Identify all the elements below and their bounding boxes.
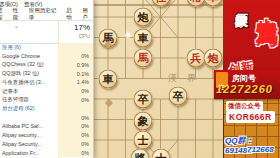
- opening-title-vertical: 中炮对屏风马: [254, 0, 280, 12]
- taskmgr-tabs: 进程性能应用历史记录启动用户: [0, 8, 93, 21]
- cpu-column-label: CPU: [78, 33, 90, 39]
- xiangqi-piece-black[interactable]: 車: [99, 69, 118, 88]
- sort-arrow-icon: ⌄: [14, 22, 19, 29]
- process-row[interactable]: 记事本0%: [0, 87, 93, 96]
- taskmgr-tab[interactable]: 性能: [13, 7, 24, 21]
- process-group-header[interactable]: 应用 (6): [0, 43, 93, 52]
- task-manager-window[interactable]: 选项(O)查看(V) 进程性能应用历史记录启动用户 ⌄ 17% CPU 应用 (…: [0, 0, 94, 158]
- taskmgr-tab[interactable]: 用户: [82, 7, 93, 21]
- process-row[interactable]: QQ游戏 (32 位)0.1%: [0, 69, 93, 78]
- xiangqi-piece-black[interactable]: 卒: [134, 90, 153, 109]
- process-row[interactable]: 0%: [0, 113, 93, 122]
- screen: 漢 界 仕相車炮馬車馬兵炮車卒卒象士將士 ✦ 选项(O)查看(V) 进程性能应用…: [0, 0, 280, 158]
- process-row[interactable]: 斗鱼直播伴侣 (3...1.4%: [0, 78, 93, 87]
- xiangqi-piece-black[interactable]: 車: [134, 28, 153, 47]
- taskmgr-tab[interactable]: 启动: [66, 7, 77, 21]
- xiangqi-piece-black[interactable]: 卒: [169, 87, 188, 106]
- river-label: 漢 界: [168, 72, 200, 85]
- room-number-banner: 三连 房间号 12272260: [214, 70, 280, 99]
- process-row[interactable]: Application Fr...0%: [0, 148, 93, 157]
- qq-group-number-2: 712668: [247, 145, 274, 154]
- room-number-value: 12272260: [216, 83, 273, 95]
- process-row[interactable]: 任务管理器0%: [0, 96, 93, 105]
- xiangqi-piece-red[interactable]: 炮: [204, 49, 223, 68]
- cpu-column-header[interactable]: ⌄ 17% CPU: [0, 21, 93, 44]
- process-row[interactable]: Alibaba PC Saf...0%: [0, 122, 93, 131]
- process-list[interactable]: 应用 (6)Google Chrome0%QQChess (32 位)0.9%Q…: [0, 43, 93, 158]
- process-row[interactable]: QQChess (32 位)0.9%: [0, 61, 93, 70]
- process-row[interactable]: Alipay Security...0%: [0, 139, 93, 148]
- sparkle-marker: ✦: [124, 31, 132, 41]
- xiangqi-piece-black[interactable]: 象: [134, 112, 153, 131]
- xiangqi-piece-black[interactable]: 炮: [134, 8, 153, 27]
- taskmgr-tab[interactable]: 进程: [0, 7, 8, 21]
- taskmgr-tab[interactable]: 应用历史记录: [29, 7, 62, 21]
- process-row[interactable]: Alipay security...0%: [0, 131, 93, 140]
- xiangqi-piece-red[interactable]: 馬: [134, 49, 153, 68]
- process-group-header[interactable]: 后台进程 (62): [0, 104, 93, 113]
- wechat-id-value: KOR666R: [226, 111, 275, 123]
- xiangqi-piece-black[interactable]: 士: [134, 131, 153, 150]
- cpu-total-percent: 17%: [74, 23, 90, 32]
- xiangqi-piece-red[interactable]: 兵: [186, 49, 205, 68]
- process-row[interactable]: Google Chrome0%: [0, 52, 93, 61]
